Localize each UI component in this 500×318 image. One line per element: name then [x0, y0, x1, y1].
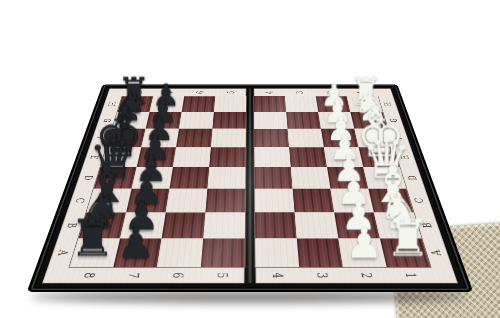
square-e5 — [209, 147, 245, 167]
square-e4 — [254, 147, 290, 167]
square-f6 — [176, 129, 212, 147]
coord-label-7: 7 — [110, 267, 158, 283]
square-f7: ♟ — [141, 129, 179, 147]
coord-label-5: 5 — [199, 267, 244, 283]
board-shadow — [30, 291, 466, 303]
coord-label-3: 3 — [299, 267, 345, 283]
board-interior: 8765 8765 HGFEDCBA ♜♟♞♟♝♟♚♟♛♟♝♟♞♟♜♟ 4321… — [42, 88, 458, 283]
square-d6 — [170, 167, 210, 189]
square-e3 — [289, 147, 327, 167]
square-a4 — [255, 238, 299, 267]
square-c6 — [166, 189, 208, 213]
square-b1: ♞ — [374, 212, 422, 238]
square-h2: ♟ — [316, 96, 351, 112]
square-d7: ♟ — [132, 167, 173, 189]
square-b2: ♟ — [334, 212, 380, 238]
square-h3 — [285, 96, 318, 112]
square-g4 — [254, 112, 288, 129]
checker-grid-left: ♜♟♞♟♝♟♚♟♛♟♝♟♞♟♜♟ — [70, 96, 247, 267]
square-h4 — [254, 96, 286, 112]
square-h7: ♟ — [150, 96, 185, 112]
square-e6 — [173, 147, 211, 167]
square-f4 — [254, 129, 289, 147]
board-left-half: 8765 8765 HGFEDCBA ♜♟♞♟♝♟♚♟♛♟♝♟♞♟♜♟ — [42, 88, 246, 283]
square-a2: ♟ — [338, 238, 386, 267]
coords-bottom-left: 8765 — [65, 267, 245, 283]
square-c4 — [255, 189, 295, 213]
coord-label-5: 5 — [215, 88, 246, 96]
square-e8: ♚ — [100, 147, 141, 167]
square-a5 — [201, 238, 245, 267]
square-b8: ♞ — [78, 212, 126, 238]
coord-label-1: 1 — [345, 88, 378, 96]
square-c2: ♟ — [330, 189, 373, 213]
square-f1: ♝ — [354, 129, 393, 147]
square-f5 — [211, 129, 246, 147]
checker-grid-right: ♟♜♟♞♟♝♟♚♟♛♟♝♟♞♟♜ — [254, 96, 431, 267]
square-g7: ♟ — [146, 112, 182, 129]
board-right-half: 4321 4321 HGFEDCBA ♟♜♟♞♟♝♟♚♟♛♟♝♟♞♟♜ — [254, 88, 458, 283]
square-a7: ♟ — [113, 238, 161, 267]
square-h1: ♜ — [347, 96, 383, 112]
square-g1: ♞ — [350, 112, 387, 129]
coord-label-D: D — [400, 167, 426, 189]
coord-label-8: 8 — [122, 88, 155, 96]
square-b4 — [255, 212, 297, 238]
square-d8: ♛ — [94, 167, 137, 189]
coord-label-8: 8 — [65, 267, 114, 283]
square-b6 — [162, 212, 206, 238]
square-d3 — [291, 167, 331, 189]
square-c3 — [293, 189, 335, 213]
square-f2: ♟ — [321, 129, 359, 147]
coord-label-4: 4 — [255, 267, 300, 283]
square-c5 — [205, 189, 245, 213]
square-b5 — [203, 212, 245, 238]
square-c1: ♝ — [368, 189, 413, 213]
square-a3 — [297, 238, 343, 267]
square-f3 — [288, 129, 324, 147]
square-h8: ♜ — [117, 96, 153, 112]
chess-set-photo: 8765 8765 HGFEDCBA ♜♟♞♟♝♟♚♟♛♟♝♟♞♟♜♟ 4321… — [0, 0, 500, 318]
square-g3 — [286, 112, 321, 129]
square-e1: ♚ — [359, 147, 400, 167]
square-f8: ♝ — [107, 129, 146, 147]
coords-top-right: 4321 — [254, 88, 378, 96]
square-b7: ♟ — [120, 212, 166, 238]
coord-label-1: 1 — [387, 267, 436, 283]
square-d2: ♟ — [327, 167, 368, 189]
square-a6 — [157, 238, 203, 267]
square-c7: ♟ — [126, 189, 169, 213]
coord-label-6: 6 — [154, 267, 200, 283]
square-a8: ♜ — [70, 238, 120, 267]
square-g6 — [179, 112, 214, 129]
coord-label-6: 6 — [184, 88, 216, 96]
coords-top-left: 8765 — [122, 88, 246, 96]
square-a1: ♜ — [380, 238, 430, 267]
square-g8: ♞ — [112, 112, 149, 129]
chess-board: 8765 8765 HGFEDCBA ♜♟♞♟♝♟♚♟♛♟♝♟♞♟♜♟ 4321… — [27, 85, 474, 292]
coord-label-3: 3 — [284, 88, 316, 96]
coords-bottom-right: 4321 — [255, 267, 435, 283]
square-e7: ♟ — [137, 147, 176, 167]
square-b3 — [295, 212, 339, 238]
square-d4 — [255, 167, 293, 189]
coord-label-4: 4 — [254, 88, 285, 96]
square-h5 — [214, 96, 246, 112]
coord-label-2: 2 — [343, 267, 391, 283]
coord-label-2: 2 — [315, 88, 347, 96]
square-c8: ♝ — [86, 189, 131, 213]
square-g2: ♟ — [318, 112, 354, 129]
square-h6 — [182, 96, 215, 112]
square-g5 — [212, 112, 246, 129]
square-d1: ♛ — [363, 167, 406, 189]
square-e2: ♟ — [324, 147, 363, 167]
coord-label-7: 7 — [153, 88, 185, 96]
square-d5 — [207, 167, 245, 189]
